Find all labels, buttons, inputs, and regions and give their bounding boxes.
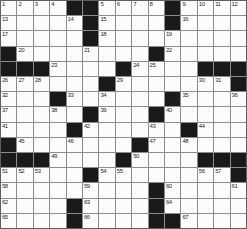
white-cell[interactable]: 61 bbox=[231, 183, 246, 197]
black-cell bbox=[214, 62, 229, 76]
clue-number: 29 bbox=[117, 77, 123, 84]
black-cell bbox=[1, 153, 16, 167]
crossword-grid: 1234567891011121314151617181920212223242… bbox=[0, 0, 247, 229]
black-cell bbox=[83, 1, 98, 15]
white-cell[interactable] bbox=[132, 77, 147, 91]
clue-number: 49 bbox=[51, 153, 57, 160]
black-cell bbox=[67, 214, 82, 228]
clue-number: 23 bbox=[51, 62, 57, 69]
white-cell[interactable] bbox=[67, 47, 82, 61]
white-cell[interactable]: 60 bbox=[165, 183, 180, 197]
clue-number: 24 bbox=[133, 62, 139, 69]
clue-number: 21 bbox=[84, 47, 90, 54]
black-cell bbox=[50, 92, 65, 106]
white-cell[interactable] bbox=[231, 31, 246, 45]
white-cell[interactable] bbox=[50, 168, 65, 182]
white-cell[interactable]: 7 bbox=[132, 1, 147, 15]
white-cell[interactable]: 11 bbox=[214, 1, 229, 15]
black-cell bbox=[181, 123, 196, 137]
clue-number: 19 bbox=[166, 31, 172, 38]
white-cell[interactable] bbox=[214, 16, 229, 30]
white-cell[interactable]: 52 bbox=[17, 168, 32, 182]
white-cell[interactable]: 32 bbox=[1, 92, 16, 106]
clue-number: 41 bbox=[2, 123, 8, 130]
white-cell[interactable]: 6 bbox=[116, 1, 131, 15]
white-cell[interactable]: 29 bbox=[116, 77, 131, 91]
white-cell[interactable]: 41 bbox=[1, 123, 16, 137]
white-cell[interactable] bbox=[50, 123, 65, 137]
white-cell[interactable] bbox=[198, 107, 213, 121]
white-cell[interactable]: 55 bbox=[116, 168, 131, 182]
white-cell[interactable] bbox=[67, 31, 82, 45]
white-cell[interactable] bbox=[67, 77, 82, 91]
black-cell bbox=[83, 107, 98, 121]
white-cell[interactable] bbox=[50, 77, 65, 91]
black-cell bbox=[1, 138, 16, 152]
white-cell[interactable] bbox=[34, 92, 49, 106]
white-cell[interactable] bbox=[83, 77, 98, 91]
white-cell[interactable]: 64 bbox=[165, 199, 180, 213]
black-cell bbox=[34, 62, 49, 76]
white-cell[interactable]: 63 bbox=[83, 199, 98, 213]
white-cell[interactable]: 27 bbox=[17, 77, 32, 91]
black-cell bbox=[165, 16, 180, 30]
white-cell[interactable]: 22 bbox=[165, 47, 180, 61]
white-cell[interactable]: 25 bbox=[149, 62, 164, 76]
white-cell[interactable] bbox=[50, 199, 65, 213]
clue-number: 6 bbox=[117, 1, 120, 8]
white-cell[interactable]: 57 bbox=[214, 168, 229, 182]
black-cell bbox=[214, 153, 229, 167]
white-cell[interactable]: 62 bbox=[1, 199, 16, 213]
clue-number: 48 bbox=[182, 138, 188, 145]
white-cell[interactable] bbox=[67, 168, 82, 182]
black-cell bbox=[165, 1, 180, 15]
white-cell[interactable] bbox=[181, 199, 196, 213]
white-cell[interactable] bbox=[116, 199, 131, 213]
white-cell[interactable] bbox=[214, 199, 229, 213]
clue-number: 17 bbox=[2, 31, 8, 38]
white-cell[interactable] bbox=[116, 16, 131, 30]
white-cell[interactable]: 39 bbox=[99, 107, 114, 121]
clue-number: 47 bbox=[150, 138, 156, 145]
clue-number: 7 bbox=[133, 1, 136, 8]
white-cell[interactable] bbox=[132, 31, 147, 45]
white-cell[interactable]: 50 bbox=[132, 153, 147, 167]
white-cell[interactable]: 58 bbox=[1, 183, 16, 197]
clue-number: 46 bbox=[68, 138, 74, 145]
white-cell[interactable] bbox=[198, 92, 213, 106]
white-cell[interactable] bbox=[132, 168, 147, 182]
white-cell[interactable] bbox=[214, 31, 229, 45]
white-cell[interactable] bbox=[99, 199, 114, 213]
white-cell[interactable] bbox=[116, 183, 131, 197]
white-cell[interactable] bbox=[116, 214, 131, 228]
white-cell[interactable] bbox=[214, 47, 229, 61]
clue-number: 22 bbox=[166, 47, 172, 54]
white-cell[interactable]: 34 bbox=[99, 92, 114, 106]
white-cell[interactable]: 53 bbox=[34, 168, 49, 182]
white-cell[interactable] bbox=[34, 31, 49, 45]
white-cell[interactable]: 36 bbox=[231, 92, 246, 106]
white-cell[interactable] bbox=[67, 183, 82, 197]
clue-number: 16 bbox=[182, 16, 188, 23]
white-cell[interactable] bbox=[181, 168, 196, 182]
white-cell[interactable] bbox=[17, 16, 32, 30]
white-cell[interactable]: 15 bbox=[99, 16, 114, 30]
white-cell[interactable]: 67 bbox=[181, 214, 196, 228]
white-cell[interactable] bbox=[17, 31, 32, 45]
white-cell[interactable] bbox=[198, 47, 213, 61]
white-cell[interactable] bbox=[214, 214, 229, 228]
clue-number: 56 bbox=[199, 168, 205, 175]
black-cell bbox=[83, 31, 98, 45]
white-cell[interactable] bbox=[132, 183, 147, 197]
white-cell[interactable] bbox=[231, 199, 246, 213]
clue-number: 51 bbox=[2, 168, 8, 175]
white-cell[interactable] bbox=[132, 92, 147, 106]
white-cell[interactable] bbox=[50, 31, 65, 45]
white-cell[interactable]: 1 bbox=[1, 1, 16, 15]
white-cell[interactable]: 45 bbox=[17, 138, 32, 152]
white-cell[interactable] bbox=[34, 47, 49, 61]
white-cell[interactable]: 59 bbox=[83, 183, 98, 197]
white-cell[interactable]: 38 bbox=[50, 107, 65, 121]
white-cell[interactable] bbox=[149, 153, 164, 167]
clue-number: 57 bbox=[215, 168, 221, 175]
clue-number: 32 bbox=[2, 92, 8, 99]
white-cell[interactable] bbox=[198, 138, 213, 152]
white-cell[interactable] bbox=[34, 107, 49, 121]
white-cell[interactable] bbox=[198, 199, 213, 213]
black-cell bbox=[17, 153, 32, 167]
white-cell[interactable]: 14 bbox=[67, 16, 82, 30]
black-cell bbox=[116, 62, 131, 76]
white-cell[interactable] bbox=[34, 183, 49, 197]
clue-number: 14 bbox=[68, 16, 74, 23]
white-cell[interactable] bbox=[165, 77, 180, 91]
white-cell[interactable] bbox=[181, 183, 196, 197]
white-cell[interactable]: 26 bbox=[1, 77, 16, 91]
white-cell[interactable] bbox=[17, 183, 32, 197]
white-cell[interactable]: 10 bbox=[198, 1, 213, 15]
black-cell bbox=[67, 199, 82, 213]
clue-number: 1 bbox=[2, 1, 5, 8]
black-cell bbox=[83, 168, 98, 182]
white-cell[interactable]: 24 bbox=[132, 62, 147, 76]
clue-number: 36 bbox=[232, 92, 238, 99]
clue-number: 50 bbox=[133, 153, 139, 160]
clue-number: 2 bbox=[18, 1, 21, 8]
white-cell[interactable] bbox=[214, 107, 229, 121]
clue-number: 10 bbox=[199, 1, 205, 8]
white-cell[interactable]: 4 bbox=[50, 1, 65, 15]
white-cell[interactable] bbox=[198, 16, 213, 30]
clue-number: 30 bbox=[199, 77, 205, 84]
white-cell[interactable] bbox=[165, 153, 180, 167]
clue-number: 5 bbox=[100, 1, 103, 8]
white-cell[interactable] bbox=[231, 123, 246, 137]
white-cell[interactable] bbox=[99, 123, 114, 137]
clue-number: 52 bbox=[18, 168, 24, 175]
black-cell bbox=[116, 153, 131, 167]
white-cell[interactable]: 56 bbox=[198, 168, 213, 182]
white-cell[interactable] bbox=[83, 92, 98, 106]
clue-number: 11 bbox=[215, 1, 220, 8]
white-cell[interactable]: 12 bbox=[231, 1, 246, 15]
clue-number: 38 bbox=[51, 107, 57, 114]
clue-number: 58 bbox=[2, 183, 8, 190]
white-cell[interactable] bbox=[50, 214, 65, 228]
white-cell[interactable] bbox=[17, 214, 32, 228]
clue-number: 45 bbox=[18, 138, 24, 145]
clue-number: 54 bbox=[100, 168, 106, 175]
white-cell[interactable]: 66 bbox=[83, 214, 98, 228]
white-cell[interactable]: 2 bbox=[17, 1, 32, 15]
white-cell[interactable] bbox=[17, 107, 32, 121]
clue-number: 60 bbox=[166, 183, 172, 190]
white-cell[interactable]: 51 bbox=[1, 168, 16, 182]
white-cell[interactable]: 19 bbox=[165, 31, 180, 45]
clue-number: 26 bbox=[2, 77, 8, 84]
white-cell[interactable]: 13 bbox=[1, 16, 16, 30]
clue-number: 25 bbox=[150, 62, 156, 69]
white-cell[interactable] bbox=[17, 199, 32, 213]
white-cell[interactable] bbox=[181, 153, 196, 167]
white-cell[interactable] bbox=[34, 123, 49, 137]
clue-number: 43 bbox=[150, 123, 156, 130]
black-cell bbox=[83, 16, 98, 30]
white-cell[interactable]: 44 bbox=[198, 123, 213, 137]
clue-number: 67 bbox=[182, 214, 188, 221]
white-cell[interactable] bbox=[181, 31, 196, 45]
white-cell[interactable] bbox=[50, 138, 65, 152]
black-cell bbox=[99, 77, 114, 91]
white-cell[interactable] bbox=[99, 138, 114, 152]
white-cell[interactable] bbox=[198, 31, 213, 45]
white-cell[interactable] bbox=[99, 153, 114, 167]
clue-number: 20 bbox=[18, 47, 24, 54]
clue-number: 55 bbox=[117, 168, 123, 175]
white-cell[interactable] bbox=[214, 183, 229, 197]
black-cell bbox=[231, 153, 246, 167]
black-cell bbox=[149, 47, 164, 61]
clue-number: 31 bbox=[215, 77, 221, 84]
clue-number: 42 bbox=[84, 123, 90, 130]
clue-number: 61 bbox=[232, 183, 238, 190]
clue-number: 35 bbox=[182, 92, 188, 99]
black-cell bbox=[165, 214, 180, 228]
white-cell[interactable]: 43 bbox=[149, 123, 164, 137]
clue-number: 8 bbox=[150, 1, 153, 8]
clue-number: 64 bbox=[166, 199, 172, 206]
white-cell[interactable]: 47 bbox=[149, 138, 164, 152]
white-cell[interactable] bbox=[50, 47, 65, 61]
clue-number: 28 bbox=[35, 77, 41, 84]
clue-number: 4 bbox=[51, 1, 54, 8]
white-cell[interactable] bbox=[34, 199, 49, 213]
white-cell[interactable] bbox=[132, 47, 147, 61]
white-cell[interactable] bbox=[116, 138, 131, 152]
clue-number: 15 bbox=[100, 16, 106, 23]
white-cell[interactable]: 49 bbox=[50, 153, 65, 167]
black-cell bbox=[17, 62, 32, 76]
white-cell[interactable] bbox=[67, 153, 82, 167]
white-cell[interactable] bbox=[99, 183, 114, 197]
clue-number: 62 bbox=[2, 199, 8, 206]
black-cell bbox=[1, 62, 16, 76]
clue-number: 40 bbox=[166, 107, 172, 114]
white-cell[interactable] bbox=[214, 138, 229, 152]
black-cell bbox=[67, 123, 82, 137]
white-cell[interactable] bbox=[34, 214, 49, 228]
white-cell[interactable] bbox=[17, 123, 32, 137]
white-cell[interactable]: 54 bbox=[99, 168, 114, 182]
white-cell[interactable] bbox=[149, 77, 164, 91]
clue-number: 34 bbox=[100, 92, 106, 99]
clue-number: 53 bbox=[35, 168, 41, 175]
white-cell[interactable] bbox=[67, 62, 82, 76]
white-cell[interactable] bbox=[116, 107, 131, 121]
white-cell[interactable] bbox=[181, 47, 196, 61]
white-cell[interactable] bbox=[67, 107, 82, 121]
white-cell[interactable] bbox=[17, 92, 32, 106]
white-cell[interactable] bbox=[132, 199, 147, 213]
white-cell[interactable]: 9 bbox=[181, 1, 196, 15]
white-cell[interactable] bbox=[231, 214, 246, 228]
clue-number: 3 bbox=[35, 1, 38, 8]
white-cell[interactable] bbox=[50, 16, 65, 30]
white-cell[interactable]: 5 bbox=[99, 1, 114, 15]
white-cell[interactable]: 33 bbox=[67, 92, 82, 106]
white-cell[interactable]: 8 bbox=[149, 1, 164, 15]
black-cell bbox=[149, 199, 164, 213]
white-cell[interactable] bbox=[132, 214, 147, 228]
black-cell bbox=[149, 107, 164, 121]
white-cell[interactable]: 37 bbox=[1, 107, 16, 121]
white-cell[interactable] bbox=[34, 16, 49, 30]
white-cell[interactable] bbox=[165, 123, 180, 137]
clue-number: 44 bbox=[199, 123, 205, 130]
white-cell[interactable]: 23 bbox=[50, 62, 65, 76]
clue-number: 39 bbox=[100, 107, 106, 114]
black-cell bbox=[1, 47, 16, 61]
white-cell[interactable] bbox=[165, 62, 180, 76]
white-cell[interactable] bbox=[116, 47, 131, 61]
white-cell[interactable] bbox=[181, 107, 196, 121]
white-cell[interactable] bbox=[132, 123, 147, 137]
white-cell[interactable] bbox=[149, 16, 164, 30]
clue-number: 13 bbox=[2, 16, 8, 23]
white-cell[interactable]: 46 bbox=[67, 138, 82, 152]
white-cell[interactable]: 31 bbox=[214, 77, 229, 91]
clue-number: 12 bbox=[232, 1, 238, 8]
white-cell[interactable]: 17 bbox=[1, 31, 16, 45]
clue-number: 63 bbox=[84, 199, 90, 206]
white-cell[interactable] bbox=[99, 62, 114, 76]
clue-number: 59 bbox=[84, 183, 90, 190]
white-cell[interactable] bbox=[181, 62, 196, 76]
white-cell[interactable]: 30 bbox=[198, 77, 213, 91]
white-cell[interactable] bbox=[34, 138, 49, 152]
white-cell[interactable]: 16 bbox=[181, 16, 196, 30]
white-cell[interactable]: 48 bbox=[181, 138, 196, 152]
clue-number: 65 bbox=[2, 214, 8, 221]
white-cell[interactable]: 65 bbox=[1, 214, 16, 228]
white-cell[interactable] bbox=[99, 47, 114, 61]
black-cell bbox=[198, 153, 213, 167]
white-cell[interactable] bbox=[231, 47, 246, 61]
black-cell bbox=[231, 168, 246, 182]
white-cell[interactable] bbox=[214, 123, 229, 137]
white-cell[interactable] bbox=[165, 168, 180, 182]
clue-number: 33 bbox=[68, 92, 74, 99]
black-cell bbox=[165, 92, 180, 106]
white-cell[interactable] bbox=[99, 214, 114, 228]
white-cell[interactable] bbox=[83, 62, 98, 76]
white-cell[interactable]: 21 bbox=[83, 47, 98, 61]
white-cell[interactable]: 18 bbox=[99, 31, 114, 45]
clue-number: 66 bbox=[84, 214, 90, 221]
black-cell bbox=[34, 153, 49, 167]
white-cell[interactable] bbox=[165, 138, 180, 152]
white-cell[interactable] bbox=[231, 16, 246, 30]
white-cell[interactable] bbox=[198, 214, 213, 228]
white-cell[interactable] bbox=[132, 107, 147, 121]
black-cell bbox=[149, 214, 164, 228]
white-cell[interactable] bbox=[198, 183, 213, 197]
black-cell bbox=[231, 77, 246, 91]
white-cell[interactable]: 20 bbox=[17, 47, 32, 61]
black-cell bbox=[231, 62, 246, 76]
white-cell[interactable] bbox=[132, 16, 147, 30]
white-cell[interactable] bbox=[231, 138, 246, 152]
white-cell[interactable]: 40 bbox=[165, 107, 180, 121]
clue-number: 18 bbox=[100, 31, 106, 38]
black-cell bbox=[198, 62, 213, 76]
clue-number: 37 bbox=[2, 107, 8, 114]
white-cell[interactable] bbox=[83, 138, 98, 152]
white-cell[interactable] bbox=[50, 183, 65, 197]
clue-number: 9 bbox=[182, 1, 185, 8]
white-cell[interactable] bbox=[181, 77, 196, 91]
white-cell[interactable] bbox=[116, 123, 131, 137]
white-cell[interactable] bbox=[149, 168, 164, 182]
white-cell[interactable]: 42 bbox=[83, 123, 98, 137]
white-cell[interactable]: 28 bbox=[34, 77, 49, 91]
black-cell bbox=[132, 138, 147, 152]
white-cell[interactable] bbox=[149, 31, 164, 45]
white-cell[interactable] bbox=[149, 92, 164, 106]
black-cell bbox=[149, 183, 164, 197]
black-cell bbox=[67, 1, 82, 15]
white-cell[interactable] bbox=[214, 92, 229, 106]
white-cell[interactable] bbox=[116, 92, 131, 106]
white-cell[interactable] bbox=[231, 107, 246, 121]
white-cell[interactable]: 35 bbox=[181, 92, 196, 106]
white-cell[interactable]: 3 bbox=[34, 1, 49, 15]
clue-number: 27 bbox=[18, 77, 24, 84]
white-cell[interactable] bbox=[83, 153, 98, 167]
white-cell[interactable] bbox=[116, 31, 131, 45]
